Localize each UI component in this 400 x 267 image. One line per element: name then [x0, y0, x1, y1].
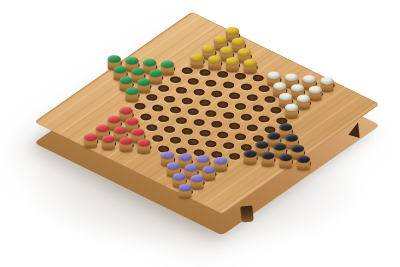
hole[interactable] — [175, 117, 188, 124]
peg-top — [297, 95, 310, 103]
clasp-notch-front — [240, 205, 254, 222]
peg-top — [244, 150, 257, 158]
hole[interactable] — [199, 99, 212, 106]
hole[interactable] — [205, 79, 218, 86]
peg-top — [297, 155, 310, 163]
peg-top — [267, 72, 280, 80]
hole[interactable] — [163, 125, 176, 132]
peg-top — [137, 139, 150, 147]
product-photo-scene — [0, 0, 400, 267]
peg-top — [214, 36, 227, 44]
peg-top — [126, 57, 139, 65]
peg-top — [220, 47, 233, 55]
hole[interactable] — [270, 106, 283, 113]
peg-top — [108, 55, 121, 63]
peg-top — [196, 155, 209, 163]
peg-top — [120, 77, 133, 85]
perspective-wrapper — [0, 0, 400, 267]
peg-top — [108, 116, 121, 124]
hole[interactable] — [240, 113, 253, 120]
peg-top — [161, 152, 174, 160]
hole[interactable] — [199, 129, 212, 136]
peg-top — [96, 125, 109, 133]
peg-top — [179, 184, 192, 192]
hole[interactable] — [187, 77, 200, 84]
hole[interactable] — [264, 95, 277, 102]
chinese-checkers-board — [71, 18, 352, 208]
hole[interactable] — [181, 127, 194, 134]
hole[interactable] — [193, 88, 206, 95]
hole[interactable] — [228, 152, 241, 159]
peg-top — [226, 57, 239, 65]
hole[interactable] — [246, 94, 259, 101]
hole[interactable] — [234, 133, 247, 140]
peg-top — [279, 123, 292, 131]
hole[interactable] — [181, 97, 194, 104]
hole[interactable] — [222, 81, 235, 88]
hole[interactable] — [175, 86, 188, 93]
hole[interactable] — [216, 131, 229, 138]
peg-top — [120, 137, 133, 145]
peg-black[interactable] — [244, 150, 257, 165]
peg-red[interactable] — [102, 135, 115, 150]
peg-top — [84, 133, 97, 141]
peg-top — [143, 59, 156, 67]
hole[interactable] — [228, 122, 241, 129]
hole[interactable] — [234, 103, 247, 110]
hole[interactable] — [234, 72, 247, 79]
hole[interactable] — [157, 115, 170, 122]
hole[interactable] — [169, 106, 182, 113]
peg-red[interactable] — [137, 139, 150, 154]
peg-top — [202, 45, 215, 53]
hole[interactable] — [151, 104, 164, 111]
peg-top — [261, 152, 274, 160]
hole[interactable] — [187, 138, 200, 145]
hole[interactable] — [216, 101, 229, 108]
hole[interactable] — [187, 108, 200, 115]
hole[interactable] — [246, 124, 259, 131]
peg-top — [137, 78, 150, 86]
peg-top — [208, 55, 221, 63]
hole[interactable] — [222, 111, 235, 118]
board-cell — [295, 158, 316, 170]
peg-red[interactable] — [84, 133, 97, 148]
hole[interactable] — [252, 74, 265, 81]
peg-purple[interactable] — [179, 184, 192, 199]
peg-top — [126, 87, 139, 95]
hole[interactable] — [205, 140, 218, 147]
peg-top — [285, 73, 298, 81]
hole[interactable] — [240, 83, 253, 90]
peg-top — [273, 143, 286, 151]
peg-top — [303, 75, 316, 83]
hole[interactable] — [146, 93, 159, 100]
peg-top — [202, 166, 215, 174]
peg-top — [285, 104, 298, 112]
hole[interactable] — [163, 95, 176, 102]
hole[interactable] — [157, 84, 170, 91]
peg-top — [167, 162, 180, 170]
hole[interactable] — [222, 142, 235, 149]
hole[interactable] — [205, 110, 218, 117]
peg-top — [131, 68, 144, 76]
peg-top — [244, 59, 257, 67]
peg-top — [120, 107, 133, 115]
peg-top — [267, 132, 280, 140]
peg-top — [309, 86, 322, 94]
peg-top — [185, 164, 198, 172]
peg-top — [291, 145, 304, 153]
hole[interactable] — [193, 118, 206, 125]
hole[interactable] — [140, 113, 153, 120]
peg-top — [102, 135, 115, 143]
peg-top — [279, 93, 292, 101]
board-cell — [177, 186, 198, 198]
hole[interactable] — [211, 120, 224, 127]
peg-top — [149, 70, 162, 78]
peg-top — [173, 173, 186, 181]
peg-top — [320, 77, 333, 85]
hole[interactable] — [151, 134, 164, 141]
hole[interactable] — [252, 104, 265, 111]
hole[interactable] — [258, 115, 271, 122]
peg-black[interactable] — [297, 155, 310, 170]
hole[interactable] — [146, 124, 159, 131]
peg-top — [126, 118, 139, 126]
hole[interactable] — [181, 67, 194, 74]
peg-top — [114, 66, 127, 74]
hole[interactable] — [216, 70, 229, 77]
hole[interactable] — [169, 136, 182, 143]
hole[interactable] — [169, 76, 182, 83]
peg-black[interactable] — [261, 152, 274, 167]
peg-red[interactable] — [120, 137, 133, 152]
hole[interactable] — [199, 69, 212, 76]
peg-top — [273, 82, 286, 90]
peg-top — [161, 61, 174, 69]
peg-top — [291, 84, 304, 92]
peg-top — [285, 134, 298, 142]
hole[interactable] — [134, 102, 147, 109]
hole[interactable] — [258, 85, 271, 92]
hole[interactable] — [228, 92, 241, 99]
peg-top — [256, 141, 269, 149]
peg-top — [279, 154, 292, 162]
peg-top — [191, 175, 204, 183]
peg-black[interactable] — [279, 154, 292, 169]
peg-top — [232, 38, 245, 46]
hole[interactable] — [211, 90, 224, 97]
peg-top — [238, 48, 251, 56]
peg-top — [226, 27, 239, 35]
peg-top — [114, 126, 127, 134]
peg-top — [179, 153, 192, 161]
peg-top — [131, 128, 144, 136]
peg-top — [190, 54, 203, 62]
peg-top — [214, 157, 227, 165]
